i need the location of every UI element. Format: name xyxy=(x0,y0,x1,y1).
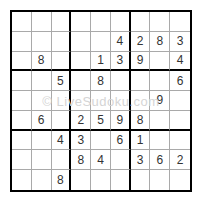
cell-r6c7[interactable]: 8 xyxy=(131,111,151,131)
cell-r2c1[interactable] xyxy=(12,32,32,52)
cell-r7c9[interactable] xyxy=(170,131,190,151)
cell-r6c5[interactable]: 5 xyxy=(91,111,111,131)
cell-r2c9[interactable]: 3 xyxy=(170,32,190,52)
cell-r4c9[interactable]: 6 xyxy=(170,71,190,91)
cell-r9c1[interactable] xyxy=(12,170,32,190)
cell-r6c2[interactable]: 6 xyxy=(32,111,52,131)
cell-r2c6[interactable]: 4 xyxy=(111,32,131,52)
cell-r3c1[interactable] xyxy=(12,52,32,72)
cell-r5c9[interactable] xyxy=(170,91,190,111)
cell-r3c3[interactable] xyxy=(52,52,72,72)
cell-r8c7[interactable]: 3 xyxy=(131,150,151,170)
cell-r7c8[interactable] xyxy=(150,131,170,151)
cell-r6c6[interactable]: 9 xyxy=(111,111,131,131)
cell-r8c2[interactable] xyxy=(32,150,52,170)
cell-r8c6[interactable] xyxy=(111,150,131,170)
cell-r1c4[interactable] xyxy=(71,12,91,32)
cell-r4c8[interactable] xyxy=(150,71,170,91)
cell-r4c4[interactable] xyxy=(71,71,91,91)
cell-r5c3[interactable] xyxy=(52,91,72,111)
cell-r7c2[interactable] xyxy=(32,131,52,151)
cell-r2c2[interactable] xyxy=(32,32,52,52)
cell-r3c7[interactable]: 9 xyxy=(131,52,151,72)
cell-r5c1[interactable] xyxy=(12,91,32,111)
cell-r8c5[interactable]: 4 xyxy=(91,150,111,170)
cell-r8c4[interactable]: 8 xyxy=(71,150,91,170)
cell-r3c9[interactable]: 4 xyxy=(170,52,190,72)
cell-r6c1[interactable] xyxy=(12,111,32,131)
cell-r3c4[interactable] xyxy=(71,52,91,72)
cell-r8c8[interactable]: 6 xyxy=(150,150,170,170)
cell-r2c4[interactable] xyxy=(71,32,91,52)
cell-r4c6[interactable] xyxy=(111,71,131,91)
cell-r4c2[interactable] xyxy=(32,71,52,91)
sudoku-grid: 4283813945869625984361843628 xyxy=(12,12,190,190)
cell-r1c5[interactable] xyxy=(91,12,111,32)
cell-r3c5[interactable]: 1 xyxy=(91,52,111,72)
cell-r9c3[interactable]: 8 xyxy=(52,170,72,190)
cell-r3c8[interactable] xyxy=(150,52,170,72)
cell-r9c4[interactable] xyxy=(71,170,91,190)
cell-r5c5[interactable] xyxy=(91,91,111,111)
cell-r4c1[interactable] xyxy=(12,71,32,91)
sudoku-board: 4283813945869625984361843628 © LiveSudok… xyxy=(10,10,192,192)
cell-r5c6[interactable] xyxy=(111,91,131,111)
cell-r2c3[interactable] xyxy=(52,32,72,52)
cell-r9c8[interactable] xyxy=(150,170,170,190)
cell-r5c7[interactable] xyxy=(131,91,151,111)
cell-r3c2[interactable]: 8 xyxy=(32,52,52,72)
cell-r1c8[interactable] xyxy=(150,12,170,32)
cell-r5c2[interactable] xyxy=(32,91,52,111)
cell-r4c5[interactable]: 8 xyxy=(91,71,111,91)
cell-r2c5[interactable] xyxy=(91,32,111,52)
cell-r7c3[interactable]: 4 xyxy=(52,131,72,151)
cell-r6c3[interactable] xyxy=(52,111,72,131)
cell-r6c9[interactable] xyxy=(170,111,190,131)
cell-r1c3[interactable] xyxy=(52,12,72,32)
cell-r7c4[interactable]: 3 xyxy=(71,131,91,151)
cell-r2c8[interactable]: 8 xyxy=(150,32,170,52)
cell-r8c9[interactable]: 2 xyxy=(170,150,190,170)
cell-r7c1[interactable] xyxy=(12,131,32,151)
cell-r6c8[interactable] xyxy=(150,111,170,131)
cell-r1c2[interactable] xyxy=(32,12,52,32)
cell-r8c3[interactable] xyxy=(52,150,72,170)
cell-r1c7[interactable] xyxy=(131,12,151,32)
cell-r7c6[interactable]: 6 xyxy=(111,131,131,151)
cell-r5c4[interactable] xyxy=(71,91,91,111)
cell-r9c5[interactable] xyxy=(91,170,111,190)
cell-r4c3[interactable]: 5 xyxy=(52,71,72,91)
cell-r1c9[interactable] xyxy=(170,12,190,32)
cell-r7c7[interactable]: 1 xyxy=(131,131,151,151)
cell-r3c6[interactable]: 3 xyxy=(111,52,131,72)
cell-r2c7[interactable]: 2 xyxy=(131,32,151,52)
cell-r9c7[interactable] xyxy=(131,170,151,190)
cell-r9c6[interactable] xyxy=(111,170,131,190)
cell-r1c6[interactable] xyxy=(111,12,131,32)
cell-r9c9[interactable] xyxy=(170,170,190,190)
cell-r9c2[interactable] xyxy=(32,170,52,190)
cell-r1c1[interactable] xyxy=(12,12,32,32)
cell-r8c1[interactable] xyxy=(12,150,32,170)
cell-r7c5[interactable] xyxy=(91,131,111,151)
cell-r5c8[interactable]: 9 xyxy=(150,91,170,111)
cell-r4c7[interactable] xyxy=(131,71,151,91)
cell-r6c4[interactable]: 2 xyxy=(71,111,91,131)
